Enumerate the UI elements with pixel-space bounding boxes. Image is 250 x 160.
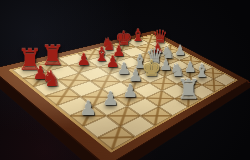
scene: ♜♜♞♚♝♟♟♝♟♛♞♟♟♟♝♛♞♟♟♚♟♟♟♟♞♟♝♜ bbox=[0, 0, 250, 160]
piece-red-knight-a6[interactable]: ♞ bbox=[42, 69, 61, 91]
piece-red-pawn-c7[interactable]: ♟ bbox=[76, 53, 90, 69]
piece-silver-king-e4[interactable]: ♚ bbox=[142, 57, 162, 79]
piece-silver-pawn-c3[interactable]: ♟ bbox=[122, 83, 138, 101]
piece-silver-rook-e1[interactable]: ♜ bbox=[176, 76, 200, 103]
piece-silver-pawn-h5[interactable]: ♟ bbox=[174, 44, 186, 57]
piece-silver-pawn-b3[interactable]: ♟ bbox=[102, 90, 119, 109]
piece-silver-pawn-a3[interactable]: ♟ bbox=[79, 99, 97, 119]
piece-red-bishop-g8[interactable]: ♝ bbox=[131, 28, 146, 44]
